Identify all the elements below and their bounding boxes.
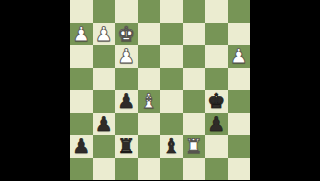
square-g3[interactable]: ♟	[205, 113, 228, 136]
square-a2[interactable]: ♟	[70, 135, 93, 158]
square-h3[interactable]	[228, 113, 251, 136]
white-pawn[interactable]: ♟	[117, 45, 135, 68]
square-c5[interactable]	[115, 68, 138, 91]
square-e8[interactable]	[160, 0, 183, 23]
square-h2[interactable]	[228, 135, 251, 158]
square-h7[interactable]	[228, 23, 251, 46]
square-g2[interactable]	[205, 135, 228, 158]
white-pawn[interactable]: ♟	[95, 22, 113, 45]
square-e2[interactable]: ♝	[160, 135, 183, 158]
square-a5[interactable]	[70, 68, 93, 91]
black-bishop[interactable]: ♝	[162, 135, 180, 158]
square-e1[interactable]	[160, 158, 183, 181]
square-f5[interactable]	[183, 68, 206, 91]
square-a3[interactable]	[70, 113, 93, 136]
square-g1[interactable]	[205, 158, 228, 181]
square-b5[interactable]	[93, 68, 116, 91]
square-f8[interactable]	[183, 0, 206, 23]
square-h6[interactable]: ♟	[228, 45, 251, 68]
square-g7[interactable]	[205, 23, 228, 46]
white-rook[interactable]: ♜	[185, 135, 203, 158]
letterbox-left	[0, 0, 70, 180]
square-a7[interactable]: ♟	[70, 23, 93, 46]
video-frame: ♟♟♚♟♟♟♝♚♟♟♟♜♝♜	[0, 0, 320, 180]
white-pawn[interactable]: ♟	[72, 22, 90, 45]
white-king[interactable]: ♚	[117, 22, 135, 45]
square-c7[interactable]: ♚	[115, 23, 138, 46]
square-a4[interactable]	[70, 90, 93, 113]
square-h5[interactable]	[228, 68, 251, 91]
square-g6[interactable]	[205, 45, 228, 68]
square-e6[interactable]	[160, 45, 183, 68]
square-d2[interactable]	[138, 135, 161, 158]
square-h8[interactable]	[228, 0, 251, 23]
square-c3[interactable]	[115, 113, 138, 136]
square-f6[interactable]	[183, 45, 206, 68]
square-e4[interactable]	[160, 90, 183, 113]
square-d1[interactable]	[138, 158, 161, 181]
square-b2[interactable]	[93, 135, 116, 158]
white-pawn[interactable]: ♟	[230, 45, 248, 68]
square-c2[interactable]: ♜	[115, 135, 138, 158]
square-d7[interactable]	[138, 23, 161, 46]
square-e3[interactable]	[160, 113, 183, 136]
square-f1[interactable]	[183, 158, 206, 181]
square-e5[interactable]	[160, 68, 183, 91]
square-a8[interactable]	[70, 0, 93, 23]
square-c1[interactable]	[115, 158, 138, 181]
square-g5[interactable]	[205, 68, 228, 91]
black-pawn[interactable]: ♟	[207, 112, 225, 135]
square-f7[interactable]	[183, 23, 206, 46]
square-d4[interactable]: ♝	[138, 90, 161, 113]
square-h4[interactable]	[228, 90, 251, 113]
square-f4[interactable]	[183, 90, 206, 113]
chess-board[interactable]: ♟♟♚♟♟♟♝♚♟♟♟♜♝♜	[70, 0, 250, 180]
square-d3[interactable]	[138, 113, 161, 136]
black-pawn[interactable]: ♟	[117, 90, 135, 113]
square-e7[interactable]	[160, 23, 183, 46]
square-g8[interactable]	[205, 0, 228, 23]
square-d5[interactable]	[138, 68, 161, 91]
black-pawn[interactable]: ♟	[72, 135, 90, 158]
square-c6[interactable]: ♟	[115, 45, 138, 68]
square-b3[interactable]: ♟	[93, 113, 116, 136]
square-b1[interactable]	[93, 158, 116, 181]
black-king[interactable]: ♚	[207, 90, 225, 113]
square-c8[interactable]	[115, 0, 138, 23]
square-f3[interactable]	[183, 113, 206, 136]
square-a6[interactable]	[70, 45, 93, 68]
square-b6[interactable]	[93, 45, 116, 68]
black-pawn[interactable]: ♟	[95, 112, 113, 135]
black-rook[interactable]: ♜	[117, 135, 135, 158]
square-b7[interactable]: ♟	[93, 23, 116, 46]
square-h1[interactable]	[228, 158, 251, 181]
square-g4[interactable]: ♚	[205, 90, 228, 113]
letterbox-right	[250, 0, 320, 180]
square-c4[interactable]: ♟	[115, 90, 138, 113]
square-b4[interactable]	[93, 90, 116, 113]
white-bishop[interactable]: ♝	[140, 90, 158, 113]
square-d8[interactable]	[138, 0, 161, 23]
square-b8[interactable]	[93, 0, 116, 23]
square-f2[interactable]: ♜	[183, 135, 206, 158]
square-a1[interactable]	[70, 158, 93, 181]
square-d6[interactable]	[138, 45, 161, 68]
